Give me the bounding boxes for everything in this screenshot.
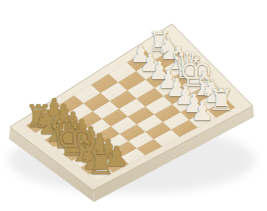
chess-board xyxy=(0,0,267,211)
chess-set-photo: ♜♞♝♛♚♝♞♜♟♟♟♟♟♟♟♟♟♟♟♟♟♟♟♟♜♞♝♛♚♝♞♜ xyxy=(0,0,267,211)
